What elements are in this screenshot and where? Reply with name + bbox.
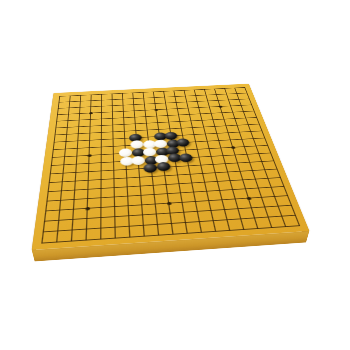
star-point	[89, 112, 93, 114]
stone-black[interactable]	[164, 131, 178, 139]
star-point	[154, 109, 158, 111]
stone-white[interactable]	[155, 155, 169, 164]
star-point	[87, 154, 91, 157]
stone-black[interactable]	[143, 163, 157, 173]
star-point	[230, 146, 235, 149]
go-board	[32, 84, 310, 250]
product-photo-background	[0, 0, 350, 350]
stone-white[interactable]	[153, 139, 167, 148]
stone-white[interactable]	[130, 140, 143, 149]
star-point	[246, 196, 251, 199]
star-point	[166, 201, 171, 205]
stone-black[interactable]	[168, 153, 183, 162]
star-point	[218, 105, 222, 107]
stone-black[interactable]	[144, 156, 158, 165]
stone-black[interactable]	[166, 146, 180, 155]
board-surface[interactable]	[32, 84, 310, 250]
star-point	[85, 207, 90, 211]
stone-black[interactable]	[176, 138, 190, 147]
stone-black[interactable]	[179, 153, 194, 162]
stone-black[interactable]	[157, 162, 172, 172]
stone-white[interactable]	[119, 148, 132, 157]
go-board-scene	[0, 0, 350, 350]
stone-white[interactable]	[142, 147, 156, 156]
board-grid-lines	[41, 87, 300, 243]
stone-white[interactable]	[131, 156, 145, 165]
stone-white[interactable]	[120, 157, 134, 167]
